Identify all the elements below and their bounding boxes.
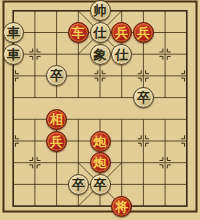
piece-tan-soldier[interactable]: 卒 [133, 87, 154, 108]
piece-red-soldier[interactable]: 兵 [133, 22, 154, 43]
piece-red-elephant[interactable]: 相 [46, 109, 67, 130]
piece-tan-chariot[interactable]: 車 [3, 22, 24, 43]
piece-tan-chariot[interactable]: 車 [3, 44, 24, 65]
piece-red-cannon[interactable]: 炮 [90, 131, 111, 152]
piece-tan-elephant[interactable]: 象 [90, 44, 111, 65]
xiangqi-board: 帅車车仕兵兵車象仕卒卒相兵炮炮卒卒将 [0, 0, 200, 220]
piece-red-general[interactable]: 将 [111, 196, 132, 217]
piece-red-cannon[interactable]: 炮 [90, 152, 111, 173]
piece-tan-advisor[interactable]: 仕 [111, 44, 132, 65]
piece-tan-general[interactable]: 帅 [90, 0, 111, 21]
piece-tan-soldier[interactable]: 卒 [68, 174, 89, 195]
piece-red-chariot[interactable]: 车 [68, 22, 89, 43]
piece-tan-advisor[interactable]: 仕 [90, 22, 111, 43]
piece-red-soldier[interactable]: 兵 [46, 131, 67, 152]
piece-tan-soldier[interactable]: 卒 [90, 174, 111, 195]
